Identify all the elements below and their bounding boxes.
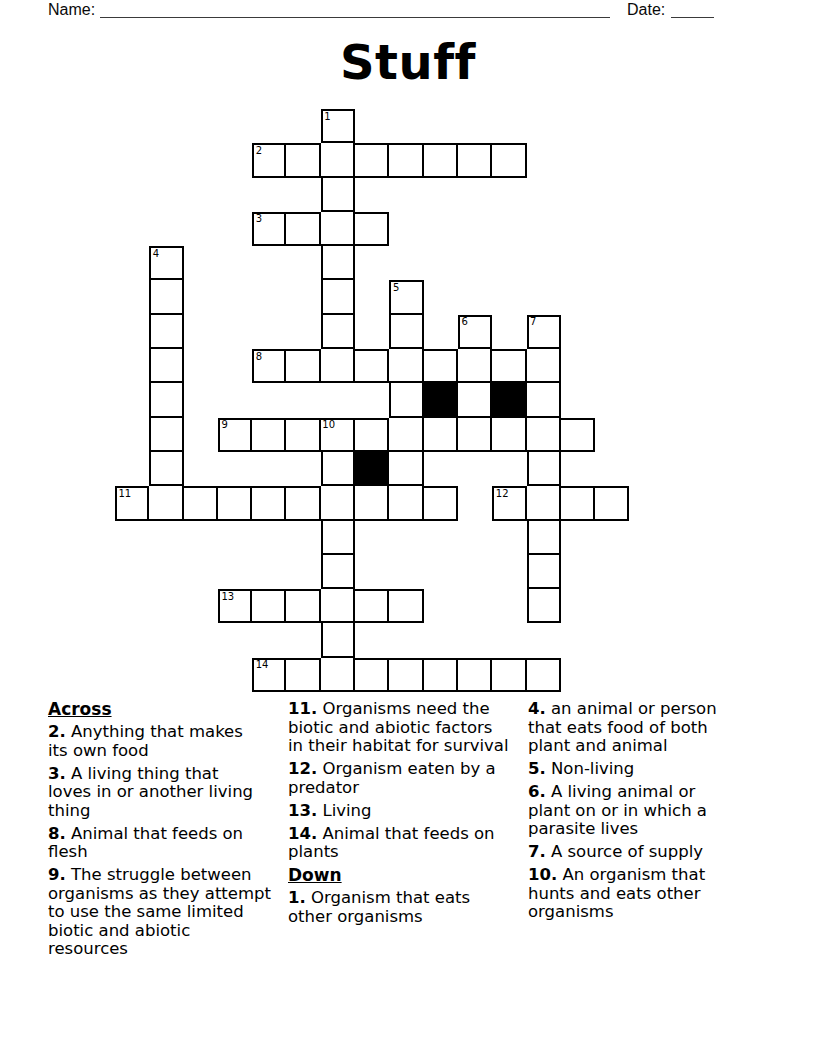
black-cell [355,452,389,486]
clue-number: 12. [288,759,317,778]
grid-cell[interactable] [458,143,492,177]
clue-number: 11. [288,699,317,718]
date-fill-line [671,0,714,18]
grid-cell[interactable] [321,452,355,486]
clue-number: 13. [288,801,317,820]
clue: 9. The struggle between organisms as the… [48,866,288,959]
clue: 14. Animal that feeds on plants [288,825,528,862]
name-fill-line [100,0,610,18]
clue-text: Anything that makes its own food [48,722,243,760]
clue-number: 9. [48,865,66,884]
clue-column-down: 4. an animal or person that eats food of… [528,700,780,926]
grid-cell[interactable] [321,212,355,246]
clue-number: 5. [528,759,546,778]
cell-number: 7 [530,317,536,327]
clue-text: Animal that feeds on flesh [48,824,243,862]
clue: 12. Organism eaten by a predator [288,760,528,797]
clue-text: A living animal or plant on or in which … [528,782,707,838]
grid-cell[interactable] [389,418,423,452]
grid-cell[interactable]: 2 [252,143,286,177]
clue-text: an animal or person that eats food of bo… [528,699,717,755]
grid-cell[interactable] [527,383,561,417]
grid-cell[interactable] [492,418,526,452]
clue-number: 4. [528,699,546,718]
clue: 5. Non-living [528,760,780,779]
grid-cell[interactable] [321,589,355,623]
clue-number: 14. [288,824,317,843]
grid-cell[interactable] [424,349,458,383]
clue: 1. Organism that eats other organisms [288,889,528,926]
cell-number: 1 [324,112,330,122]
clue-text: Organism that eats other organisms [288,888,470,926]
grid-cell[interactable] [286,589,320,623]
cell-number: 4 [153,249,159,259]
grid-cell[interactable]: 8 [252,349,286,383]
grid-cell[interactable] [355,486,389,520]
grid-cell[interactable] [321,178,355,212]
cell-number: 2 [256,146,262,156]
clue: 2. Anything that makes its own food [48,723,288,760]
grid-cell[interactable]: 13 [218,589,252,623]
grid-cell[interactable] [424,143,458,177]
grid-cell[interactable] [389,452,423,486]
clue-number: 7. [528,842,546,861]
cell-number: 8 [256,352,262,362]
cell-number: 10 [322,420,335,430]
clue-text: The struggle between organisms as they a… [48,865,271,958]
grid-cell[interactable] [321,623,355,657]
grid-cell[interactable]: 7 [527,315,561,349]
grid-cell[interactable]: 4 [149,246,183,280]
grid-cell[interactable] [286,143,320,177]
grid-cell[interactable] [321,246,355,280]
grid-cell[interactable] [286,349,320,383]
grid-cell[interactable] [389,383,423,417]
cell-number: 6 [461,317,467,327]
grid-cell[interactable] [149,280,183,314]
clue-column-middle: 11. Organisms need the biotic and abioti… [288,700,528,931]
clue-header-across: Across [48,700,288,719]
cell-number: 14 [256,660,269,670]
grid-cell[interactable] [458,349,492,383]
grid-cell[interactable] [389,349,423,383]
black-cell [424,383,458,417]
clue: 4. an animal or person that eats food of… [528,700,780,756]
grid-cell[interactable] [321,280,355,314]
grid-cell[interactable] [321,143,355,177]
grid-cell[interactable] [321,349,355,383]
grid-cell[interactable]: 1 [321,109,355,143]
grid-cell[interactable] [527,486,561,520]
grid-cell[interactable] [286,418,320,452]
puzzle-title: Stuff [0,34,816,90]
cell-number: 11 [119,489,132,499]
grid-cell[interactable] [286,658,320,692]
clue-number: 1. [288,888,306,907]
grid-cell[interactable] [527,521,561,555]
grid-cell[interactable] [389,589,423,623]
grid-cell[interactable] [527,349,561,383]
grid-cell[interactable] [321,486,355,520]
clue-text: Organism eaten by a predator [288,759,496,797]
grid-cell[interactable] [595,486,629,520]
grid-cell[interactable] [458,383,492,417]
grid-cell[interactable] [492,143,526,177]
grid-cell[interactable] [355,143,389,177]
grid-cell[interactable] [355,349,389,383]
grid-cell[interactable] [321,555,355,589]
grid-cell[interactable] [321,658,355,692]
grid-cell[interactable] [424,418,458,452]
grid-cell[interactable] [286,486,320,520]
grid-cell[interactable] [527,452,561,486]
grid-cell[interactable] [389,143,423,177]
grid-cell[interactable] [458,418,492,452]
grid-cell[interactable]: 14 [252,658,286,692]
grid-cell[interactable] [149,418,183,452]
clue-number: 6. [528,782,546,801]
grid-cell[interactable]: 6 [458,315,492,349]
grid-cell[interactable] [321,315,355,349]
clue: 10. An organism that hunts and eats othe… [528,866,780,922]
cell-number: 13 [221,592,234,602]
cell-number: 9 [221,420,227,430]
grid-cell[interactable]: 10 [321,418,355,452]
cell-number: 5 [393,283,399,293]
grid-cell[interactable] [149,315,183,349]
grid-cell[interactable] [492,658,526,692]
cell-number: 3 [256,214,262,224]
grid-cell[interactable] [527,658,561,692]
grid-cell[interactable] [561,418,595,452]
clue-column-across: Across2. Anything that makes its own foo… [48,700,288,963]
grid-cell[interactable] [355,212,389,246]
clue: 3. A living thing that loves in or anoth… [48,765,288,821]
name-label: Name: [48,1,95,19]
grid-cell[interactable] [218,486,252,520]
crossword-grid: 1234567891011121314 [115,109,629,692]
clue: 6. A living animal or plant on or in whi… [528,783,780,839]
grid-cell[interactable] [389,658,423,692]
clue: 7. A source of supply [528,843,780,862]
grid-cell[interactable] [149,349,183,383]
grid-cell[interactable]: 5 [389,280,423,314]
grid-cell[interactable]: 9 [218,418,252,452]
clue-text: Organisms need the biotic and abiotic fa… [288,699,508,755]
grid-cell[interactable] [252,589,286,623]
clue-header-down: Down [288,866,528,885]
grid-cell[interactable] [184,486,218,520]
grid-cell[interactable] [149,486,183,520]
clue-text: Living [317,801,371,820]
grid-cell[interactable] [561,486,595,520]
grid-cell[interactable] [355,418,389,452]
clue-number: 3. [48,764,66,783]
grid-cell[interactable] [355,658,389,692]
grid-cell[interactable] [389,486,423,520]
grid-cell[interactable] [321,521,355,555]
clue-number: 8. [48,824,66,843]
clue-text: Non-living [546,759,635,778]
grid-cell[interactable] [424,658,458,692]
clue-text: A source of supply [546,842,703,861]
grid-cell[interactable] [424,486,458,520]
cell-number: 12 [496,489,509,499]
grid-cell[interactable] [389,315,423,349]
grid-cell[interactable] [492,349,526,383]
grid-cell[interactable]: 12 [492,486,526,520]
clue-number: 2. [48,722,66,741]
grid-cell[interactable]: 11 [115,486,149,520]
grid-cell[interactable] [527,555,561,589]
grid-cell[interactable] [286,212,320,246]
grid-cell[interactable] [252,486,286,520]
date-label: Date: [627,1,665,19]
clue-number: 10. [528,865,557,884]
grid-cell[interactable] [355,589,389,623]
grid-cell[interactable] [458,658,492,692]
grid-cell[interactable]: 3 [252,212,286,246]
black-cell [492,383,526,417]
clue: 8. Animal that feeds on flesh [48,825,288,862]
clue: 13. Living [288,802,528,821]
grid-cell[interactable] [149,452,183,486]
clue: 11. Organisms need the biotic and abioti… [288,700,528,756]
grid-cell[interactable] [149,383,183,417]
grid-cell[interactable] [527,418,561,452]
grid-cell[interactable] [527,589,561,623]
grid-cell[interactable] [252,418,286,452]
clue-text: Animal that feeds on plants [288,824,495,862]
clue-text: A living thing that loves in or another … [48,764,253,820]
